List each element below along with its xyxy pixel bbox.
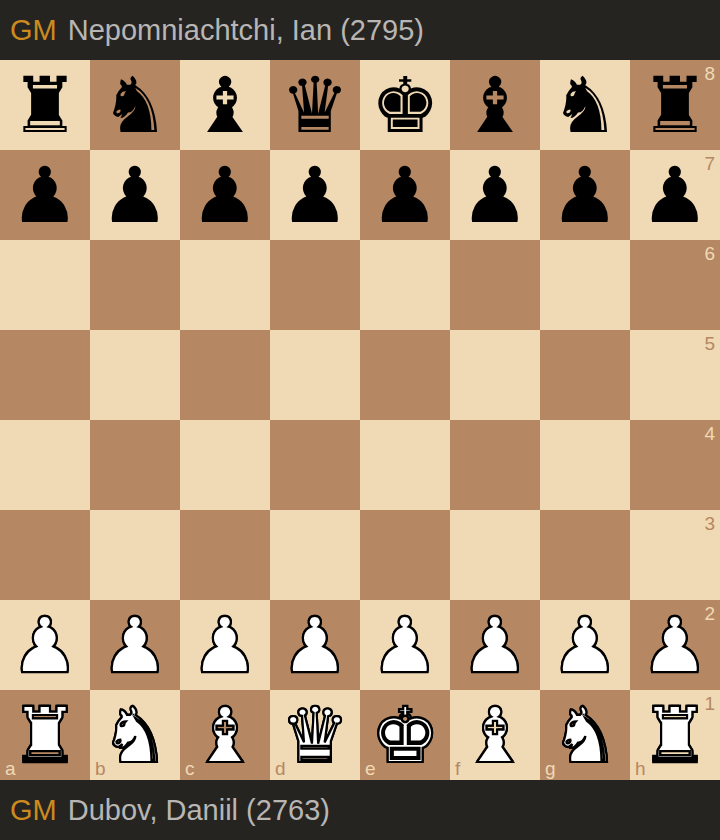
piece-white-rook[interactable]: ♜ xyxy=(10,697,79,774)
square-g5[interactable] xyxy=(540,330,630,420)
square-d3[interactable] xyxy=(270,510,360,600)
coord-rank-5: 5 xyxy=(704,334,715,353)
player-name-black[interactable]: Nepomniachtchi, Ian (2795) xyxy=(68,14,424,47)
piece-white-knight[interactable]: ♞ xyxy=(550,697,619,774)
square-e7[interactable]: ♟ xyxy=(360,150,450,240)
chess-tv-view: GM Nepomniachtchi, Ian (2795) ♜♞♝♛♚♝♞♜8♟… xyxy=(0,0,720,840)
square-g4[interactable] xyxy=(540,420,630,510)
player-title-white: GM xyxy=(10,794,57,827)
square-d8[interactable]: ♛ xyxy=(270,60,360,150)
coord-rank-3: 3 xyxy=(704,514,715,533)
piece-white-pawn[interactable]: ♟ xyxy=(550,607,619,684)
square-h2[interactable]: ♟2 xyxy=(630,600,720,690)
square-h1[interactable]: ♜1h xyxy=(630,690,720,780)
square-c4[interactable] xyxy=(180,420,270,510)
square-f7[interactable]: ♟ xyxy=(450,150,540,240)
piece-white-pawn[interactable]: ♟ xyxy=(100,607,169,684)
square-c7[interactable]: ♟ xyxy=(180,150,270,240)
square-c5[interactable] xyxy=(180,330,270,420)
chess-board: ♜♞♝♛♚♝♞♜8♟♟♟♟♟♟♟♟76543♟♟♟♟♟♟♟♟2♜a♞b♝c♛d♚… xyxy=(0,60,720,780)
square-b2[interactable]: ♟ xyxy=(90,600,180,690)
coord-rank-6: 6 xyxy=(704,244,715,263)
square-a4[interactable] xyxy=(0,420,90,510)
piece-white-pawn[interactable]: ♟ xyxy=(640,607,709,684)
square-e6[interactable] xyxy=(360,240,450,330)
square-d5[interactable] xyxy=(270,330,360,420)
piece-white-king[interactable]: ♚ xyxy=(370,697,439,774)
piece-white-pawn[interactable]: ♟ xyxy=(280,607,349,684)
piece-black-pawn[interactable]: ♟ xyxy=(370,157,439,234)
square-a6[interactable] xyxy=(0,240,90,330)
square-g8[interactable]: ♞ xyxy=(540,60,630,150)
piece-black-king[interactable]: ♚ xyxy=(370,67,439,144)
square-g2[interactable]: ♟ xyxy=(540,600,630,690)
square-f2[interactable]: ♟ xyxy=(450,600,540,690)
square-c1[interactable]: ♝c xyxy=(180,690,270,780)
square-f6[interactable] xyxy=(450,240,540,330)
piece-black-pawn[interactable]: ♟ xyxy=(190,157,259,234)
square-d4[interactable] xyxy=(270,420,360,510)
piece-black-queen[interactable]: ♛ xyxy=(280,67,349,144)
piece-black-pawn[interactable]: ♟ xyxy=(460,157,529,234)
square-b7[interactable]: ♟ xyxy=(90,150,180,240)
square-h6[interactable]: 6 xyxy=(630,240,720,330)
square-h8[interactable]: ♜8 xyxy=(630,60,720,150)
square-a2[interactable]: ♟ xyxy=(0,600,90,690)
square-a8[interactable]: ♜ xyxy=(0,60,90,150)
square-b1[interactable]: ♞b xyxy=(90,690,180,780)
piece-white-pawn[interactable]: ♟ xyxy=(460,607,529,684)
square-d6[interactable] xyxy=(270,240,360,330)
square-f4[interactable] xyxy=(450,420,540,510)
square-c3[interactable] xyxy=(180,510,270,600)
player-bar-black: GM Nepomniachtchi, Ian (2795) xyxy=(0,0,720,60)
square-a1[interactable]: ♜a xyxy=(0,690,90,780)
square-g1[interactable]: ♞g xyxy=(540,690,630,780)
square-a3[interactable] xyxy=(0,510,90,600)
square-b5[interactable] xyxy=(90,330,180,420)
piece-black-knight[interactable]: ♞ xyxy=(100,67,169,144)
piece-black-pawn[interactable]: ♟ xyxy=(10,157,79,234)
square-b3[interactable] xyxy=(90,510,180,600)
square-e1[interactable]: ♚e xyxy=(360,690,450,780)
piece-white-knight[interactable]: ♞ xyxy=(100,697,169,774)
square-e4[interactable] xyxy=(360,420,450,510)
piece-white-rook[interactable]: ♜ xyxy=(640,697,709,774)
piece-white-pawn[interactable]: ♟ xyxy=(370,607,439,684)
piece-black-pawn[interactable]: ♟ xyxy=(280,157,349,234)
square-a7[interactable]: ♟ xyxy=(0,150,90,240)
square-f5[interactable] xyxy=(450,330,540,420)
piece-white-queen[interactable]: ♛ xyxy=(280,697,349,774)
square-d1[interactable]: ♛d xyxy=(270,690,360,780)
player-title-black: GM xyxy=(10,14,57,47)
piece-black-bishop[interactable]: ♝ xyxy=(460,67,529,144)
player-bar-white: GM Dubov, Daniil (2763) xyxy=(0,780,720,840)
square-c6[interactable] xyxy=(180,240,270,330)
piece-white-pawn[interactable]: ♟ xyxy=(190,607,259,684)
piece-black-rook[interactable]: ♜ xyxy=(640,67,709,144)
piece-black-rook[interactable]: ♜ xyxy=(10,67,79,144)
square-d2[interactable]: ♟ xyxy=(270,600,360,690)
square-h3[interactable]: 3 xyxy=(630,510,720,600)
square-h7[interactable]: ♟7 xyxy=(630,150,720,240)
piece-black-pawn[interactable]: ♟ xyxy=(100,157,169,234)
square-c8[interactable]: ♝ xyxy=(180,60,270,150)
square-h5[interactable]: 5 xyxy=(630,330,720,420)
square-b6[interactable] xyxy=(90,240,180,330)
piece-white-bishop[interactable]: ♝ xyxy=(190,697,259,774)
piece-white-bishop[interactable]: ♝ xyxy=(460,697,529,774)
piece-white-pawn[interactable]: ♟ xyxy=(10,607,79,684)
player-name-white[interactable]: Dubov, Daniil (2763) xyxy=(68,794,330,827)
square-e3[interactable] xyxy=(360,510,450,600)
square-f1[interactable]: ♝f xyxy=(450,690,540,780)
square-g6[interactable] xyxy=(540,240,630,330)
square-f8[interactable]: ♝ xyxy=(450,60,540,150)
square-e5[interactable] xyxy=(360,330,450,420)
piece-black-bishop[interactable]: ♝ xyxy=(190,67,259,144)
square-e8[interactable]: ♚ xyxy=(360,60,450,150)
square-e2[interactable]: ♟ xyxy=(360,600,450,690)
square-c2[interactable]: ♟ xyxy=(180,600,270,690)
piece-black-pawn[interactable]: ♟ xyxy=(640,157,709,234)
square-g7[interactable]: ♟ xyxy=(540,150,630,240)
coord-rank-4: 4 xyxy=(704,424,715,443)
square-g3[interactable] xyxy=(540,510,630,600)
piece-black-pawn[interactable]: ♟ xyxy=(550,157,619,234)
piece-black-knight[interactable]: ♞ xyxy=(550,67,619,144)
square-b4[interactable] xyxy=(90,420,180,510)
square-f3[interactable] xyxy=(450,510,540,600)
coord-file-f: f xyxy=(455,759,460,778)
square-d7[interactable]: ♟ xyxy=(270,150,360,240)
square-b8[interactable]: ♞ xyxy=(90,60,180,150)
square-a5[interactable] xyxy=(0,330,90,420)
square-h4[interactable]: 4 xyxy=(630,420,720,510)
